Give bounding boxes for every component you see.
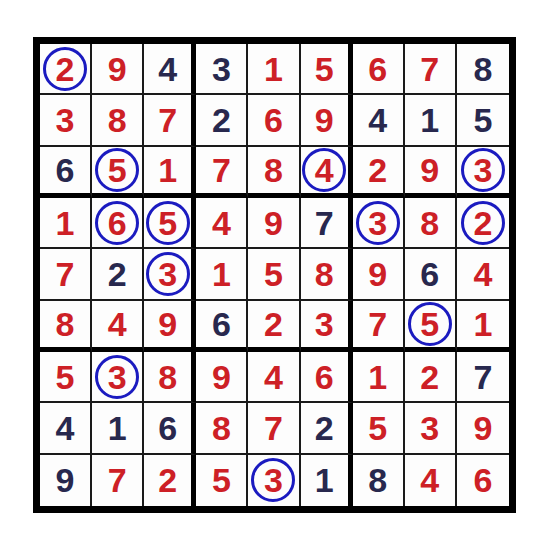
digit: 9 bbox=[420, 153, 439, 187]
cell-r2c6[interactable]: 9 bbox=[301, 95, 353, 146]
cell-r8c1[interactable]: 4 bbox=[40, 403, 92, 454]
digit: 2 bbox=[212, 103, 231, 137]
cell-r5c2[interactable]: 2 bbox=[92, 249, 144, 300]
cell-r6c3[interactable]: 9 bbox=[144, 301, 196, 352]
cell-r6c1[interactable]: 8 bbox=[40, 301, 92, 352]
digit: 3 bbox=[212, 52, 231, 86]
cell-r8c2[interactable]: 1 bbox=[92, 403, 144, 454]
cell-r3c6[interactable]: 4 bbox=[301, 147, 353, 198]
cell-r9c4[interactable]: 5 bbox=[196, 455, 248, 506]
cell-r1c1[interactable]: 2 bbox=[40, 44, 92, 95]
digit: 6 bbox=[212, 307, 231, 341]
digit: 7 bbox=[368, 307, 387, 341]
cell-r9c1[interactable]: 9 bbox=[40, 455, 92, 506]
digit: 9 bbox=[264, 206, 283, 240]
cell-r8c4[interactable]: 8 bbox=[196, 403, 248, 454]
digit: 8 bbox=[368, 463, 387, 497]
digit: 9 bbox=[212, 360, 231, 394]
cell-r5c9[interactable]: 4 bbox=[457, 249, 509, 300]
digit: 2 bbox=[56, 52, 75, 86]
cell-r6c2[interactable]: 4 bbox=[92, 301, 144, 352]
cell-r5c7[interactable]: 9 bbox=[353, 249, 405, 300]
cell-r7c3[interactable]: 8 bbox=[144, 352, 196, 403]
digit: 8 bbox=[108, 103, 127, 137]
cell-r1c6[interactable]: 5 bbox=[301, 44, 353, 95]
digit: 5 bbox=[315, 52, 334, 86]
digit: 1 bbox=[473, 307, 492, 341]
digit: 7 bbox=[56, 257, 75, 291]
cell-r4c3[interactable]: 5 bbox=[144, 198, 196, 249]
digit: 2 bbox=[420, 360, 439, 394]
digit: 5 bbox=[368, 411, 387, 445]
digit: 8 bbox=[56, 307, 75, 341]
digit: 6 bbox=[368, 52, 387, 86]
digit: 8 bbox=[315, 257, 334, 291]
digit: 3 bbox=[315, 307, 334, 341]
cell-r1c9[interactable]: 8 bbox=[457, 44, 509, 95]
cell-r9c6[interactable]: 1 bbox=[301, 455, 353, 506]
cell-r9c8[interactable]: 4 bbox=[405, 455, 457, 506]
digit: 6 bbox=[315, 360, 334, 394]
digit: 4 bbox=[420, 463, 439, 497]
digit: 4 bbox=[368, 103, 387, 137]
cell-r5c4[interactable]: 1 bbox=[196, 249, 248, 300]
digit: 6 bbox=[108, 206, 127, 240]
digit: 5 bbox=[212, 463, 231, 497]
cell-r4c7[interactable]: 3 bbox=[353, 198, 405, 249]
cell-r7c9[interactable]: 7 bbox=[457, 352, 509, 403]
digit: 8 bbox=[212, 411, 231, 445]
cell-r3c7[interactable]: 2 bbox=[353, 147, 405, 198]
digit: 1 bbox=[108, 411, 127, 445]
cell-r6c5[interactable]: 2 bbox=[248, 301, 300, 352]
cell-r6c6[interactable]: 3 bbox=[301, 301, 353, 352]
digit: 9 bbox=[158, 307, 177, 341]
digit: 2 bbox=[315, 411, 334, 445]
digit: 3 bbox=[108, 360, 127, 394]
digit: 5 bbox=[56, 360, 75, 394]
cell-r5c6[interactable]: 8 bbox=[301, 249, 353, 300]
cell-r7c8[interactable]: 2 bbox=[405, 352, 457, 403]
digit: 9 bbox=[56, 463, 75, 497]
cell-r9c3[interactable]: 2 bbox=[144, 455, 196, 506]
cell-r4c8[interactable]: 8 bbox=[405, 198, 457, 249]
digit: 2 bbox=[473, 206, 492, 240]
cell-r8c9[interactable]: 9 bbox=[457, 403, 509, 454]
cell-r7c6[interactable]: 6 bbox=[301, 352, 353, 403]
cell-r2c9[interactable]: 5 bbox=[457, 95, 509, 146]
cell-r7c7[interactable]: 1 bbox=[353, 352, 405, 403]
cell-r3c4[interactable]: 7 bbox=[196, 147, 248, 198]
digit: 3 bbox=[473, 153, 492, 187]
digit: 5 bbox=[264, 257, 283, 291]
cell-r4c5[interactable]: 9 bbox=[248, 198, 300, 249]
cell-r1c3[interactable]: 4 bbox=[144, 44, 196, 95]
digit: 8 bbox=[264, 153, 283, 187]
digit: 3 bbox=[264, 463, 283, 497]
cell-r6c8[interactable]: 5 bbox=[405, 301, 457, 352]
digit: 8 bbox=[420, 206, 439, 240]
cell-r8c7[interactable]: 5 bbox=[353, 403, 405, 454]
digit: 9 bbox=[315, 103, 334, 137]
digit: 6 bbox=[56, 153, 75, 187]
digit: 6 bbox=[264, 103, 283, 137]
digit: 7 bbox=[108, 463, 127, 497]
cell-r5c5[interactable]: 5 bbox=[248, 249, 300, 300]
digit: 9 bbox=[368, 257, 387, 291]
digit: 6 bbox=[473, 463, 492, 497]
digit: 8 bbox=[473, 52, 492, 86]
cell-r1c7[interactable]: 6 bbox=[353, 44, 405, 95]
cell-r9c7[interactable]: 8 bbox=[353, 455, 405, 506]
digit: 3 bbox=[368, 206, 387, 240]
digit: 7 bbox=[158, 103, 177, 137]
cell-r7c4[interactable]: 9 bbox=[196, 352, 248, 403]
digit: 7 bbox=[212, 153, 231, 187]
digit: 6 bbox=[158, 411, 177, 445]
digit: 4 bbox=[158, 52, 177, 86]
cell-r7c2[interactable]: 3 bbox=[92, 352, 144, 403]
digit: 2 bbox=[264, 307, 283, 341]
digit: 1 bbox=[264, 52, 283, 86]
cell-r3c2[interactable]: 5 bbox=[92, 147, 144, 198]
digit: 4 bbox=[56, 411, 75, 445]
cell-r4c4[interactable]: 4 bbox=[196, 198, 248, 249]
digit: 1 bbox=[315, 463, 334, 497]
cell-r8c8[interactable]: 3 bbox=[405, 403, 457, 454]
cell-r9c9[interactable]: 6 bbox=[457, 455, 509, 506]
digit: 2 bbox=[108, 257, 127, 291]
cell-r4c9[interactable]: 2 bbox=[457, 198, 509, 249]
cell-r6c4[interactable]: 6 bbox=[196, 301, 248, 352]
sudoku-board: 2943156783872694156517842931654973827231… bbox=[33, 37, 516, 513]
digit: 7 bbox=[264, 411, 283, 445]
cell-r2c5[interactable]: 6 bbox=[248, 95, 300, 146]
cell-r5c8[interactable]: 6 bbox=[405, 249, 457, 300]
cell-r6c9[interactable]: 1 bbox=[457, 301, 509, 352]
cell-r8c5[interactable]: 7 bbox=[248, 403, 300, 454]
cell-r2c2[interactable]: 8 bbox=[92, 95, 144, 146]
cell-r1c8[interactable]: 7 bbox=[405, 44, 457, 95]
cell-r8c6[interactable]: 2 bbox=[301, 403, 353, 454]
digit: 5 bbox=[473, 103, 492, 137]
cell-r8c3[interactable]: 6 bbox=[144, 403, 196, 454]
digit: 9 bbox=[108, 52, 127, 86]
digit: 5 bbox=[420, 307, 439, 341]
digit: 1 bbox=[420, 103, 439, 137]
cell-r4c1[interactable]: 1 bbox=[40, 198, 92, 249]
cell-r4c6[interactable]: 7 bbox=[301, 198, 353, 249]
cell-r2c1[interactable]: 3 bbox=[40, 95, 92, 146]
digit: 8 bbox=[158, 360, 177, 394]
digit: 3 bbox=[158, 257, 177, 291]
digit: 9 bbox=[473, 411, 492, 445]
digit: 2 bbox=[158, 463, 177, 497]
cell-r2c3[interactable]: 7 bbox=[144, 95, 196, 146]
cell-r6c7[interactable]: 7 bbox=[353, 301, 405, 352]
cell-r1c4[interactable]: 3 bbox=[196, 44, 248, 95]
digit: 4 bbox=[315, 153, 334, 187]
digit: 4 bbox=[108, 307, 127, 341]
cell-r3c1[interactable]: 6 bbox=[40, 147, 92, 198]
cell-r7c5[interactable]: 4 bbox=[248, 352, 300, 403]
cell-r7c1[interactable]: 5 bbox=[40, 352, 92, 403]
digit: 7 bbox=[315, 206, 334, 240]
digit: 7 bbox=[420, 52, 439, 86]
cell-r9c5[interactable]: 3 bbox=[248, 455, 300, 506]
cell-r3c3[interactable]: 1 bbox=[144, 147, 196, 198]
digit: 4 bbox=[212, 206, 231, 240]
digit: 6 bbox=[420, 257, 439, 291]
digit: 1 bbox=[212, 257, 231, 291]
digit: 1 bbox=[158, 153, 177, 187]
digit: 2 bbox=[368, 153, 387, 187]
cell-r1c2[interactable]: 9 bbox=[92, 44, 144, 95]
cell-r4c2[interactable]: 6 bbox=[92, 198, 144, 249]
cell-r2c8[interactable]: 1 bbox=[405, 95, 457, 146]
digit: 7 bbox=[473, 360, 492, 394]
cell-r2c4[interactable]: 2 bbox=[196, 95, 248, 146]
cell-r1c5[interactable]: 1 bbox=[248, 44, 300, 95]
cell-r3c9[interactable]: 3 bbox=[457, 147, 509, 198]
cell-r3c8[interactable]: 9 bbox=[405, 147, 457, 198]
digit: 5 bbox=[108, 153, 127, 187]
digit: 4 bbox=[473, 257, 492, 291]
cell-r5c1[interactable]: 7 bbox=[40, 249, 92, 300]
digit: 1 bbox=[368, 360, 387, 394]
cell-r3c5[interactable]: 8 bbox=[248, 147, 300, 198]
digit: 5 bbox=[158, 206, 177, 240]
digit: 3 bbox=[420, 411, 439, 445]
cell-r9c2[interactable]: 7 bbox=[92, 455, 144, 506]
cell-r2c7[interactable]: 4 bbox=[353, 95, 405, 146]
digit: 4 bbox=[264, 360, 283, 394]
digit: 1 bbox=[56, 206, 75, 240]
digit: 3 bbox=[56, 103, 75, 137]
cell-r5c3[interactable]: 3 bbox=[144, 249, 196, 300]
